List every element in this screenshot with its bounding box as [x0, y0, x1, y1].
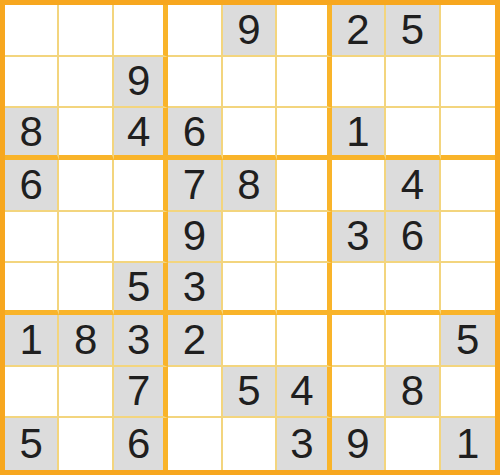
cell-r9c9: 1	[441, 418, 495, 470]
cell-r8c4[interactable]	[168, 367, 222, 419]
cell-r9c7: 9	[332, 418, 386, 470]
cell-r1c1[interactable]	[5, 5, 59, 57]
cell-r5c3[interactable]	[114, 212, 168, 264]
cell-r8c6: 4	[277, 367, 331, 419]
cell-r4c2[interactable]	[59, 160, 113, 212]
cell-r5c4: 9	[168, 212, 222, 264]
cell-r7c2: 8	[59, 315, 113, 367]
cell-r1c3[interactable]	[114, 5, 168, 57]
cell-r3c4: 6	[168, 108, 222, 160]
cell-r7c4: 2	[168, 315, 222, 367]
cell-r5c6[interactable]	[277, 212, 331, 264]
cell-r8c9[interactable]	[441, 367, 495, 419]
cell-r7c7[interactable]	[332, 315, 386, 367]
cell-r1c4[interactable]	[168, 5, 222, 57]
cell-r7c1: 1	[5, 315, 59, 367]
cell-r3c8[interactable]	[386, 108, 440, 160]
cell-r7c3: 3	[114, 315, 168, 367]
cell-r5c1[interactable]	[5, 212, 59, 264]
cell-r6c4: 3	[168, 263, 222, 315]
cell-r8c2[interactable]	[59, 367, 113, 419]
cell-r1c8: 5	[386, 5, 440, 57]
cell-r9c1: 5	[5, 418, 59, 470]
cell-r2c4[interactable]	[168, 57, 222, 109]
cell-r2c5[interactable]	[223, 57, 277, 109]
cell-r7c5[interactable]	[223, 315, 277, 367]
cell-r8c8: 8	[386, 367, 440, 419]
sudoku-board: 9259846167849365318325754856391	[0, 0, 500, 475]
cell-r9c4[interactable]	[168, 418, 222, 470]
cell-r2c1[interactable]	[5, 57, 59, 109]
cell-r5c5[interactable]	[223, 212, 277, 264]
cell-r1c9[interactable]	[441, 5, 495, 57]
cell-r6c6[interactable]	[277, 263, 331, 315]
cell-r5c9[interactable]	[441, 212, 495, 264]
cell-r1c7: 2	[332, 5, 386, 57]
cell-r6c2[interactable]	[59, 263, 113, 315]
cell-r2c3: 9	[114, 57, 168, 109]
cell-r1c2[interactable]	[59, 5, 113, 57]
cell-r2c2[interactable]	[59, 57, 113, 109]
cell-r7c9: 5	[441, 315, 495, 367]
cell-r3c5[interactable]	[223, 108, 277, 160]
cell-r3c2[interactable]	[59, 108, 113, 160]
cell-r6c1[interactable]	[5, 263, 59, 315]
cell-r6c8[interactable]	[386, 263, 440, 315]
cell-r4c6[interactable]	[277, 160, 331, 212]
cell-r8c5: 5	[223, 367, 277, 419]
cell-r4c3[interactable]	[114, 160, 168, 212]
cell-r4c7[interactable]	[332, 160, 386, 212]
cell-r4c8: 4	[386, 160, 440, 212]
cell-r5c7: 3	[332, 212, 386, 264]
cell-r9c3: 6	[114, 418, 168, 470]
cell-r4c4: 7	[168, 160, 222, 212]
cell-r6c5[interactable]	[223, 263, 277, 315]
cell-r7c6[interactable]	[277, 315, 331, 367]
cell-r9c5[interactable]	[223, 418, 277, 470]
cell-r5c8: 6	[386, 212, 440, 264]
cell-r6c7[interactable]	[332, 263, 386, 315]
cell-r6c9[interactable]	[441, 263, 495, 315]
cell-r3c9[interactable]	[441, 108, 495, 160]
cell-r7c8[interactable]	[386, 315, 440, 367]
cell-r2c7[interactable]	[332, 57, 386, 109]
cell-r1c6[interactable]	[277, 5, 331, 57]
cell-r8c1[interactable]	[5, 367, 59, 419]
cell-r8c3: 7	[114, 367, 168, 419]
cell-r6c3: 5	[114, 263, 168, 315]
cell-r4c5: 8	[223, 160, 277, 212]
cell-r9c6: 3	[277, 418, 331, 470]
cell-r1c5: 9	[223, 5, 277, 57]
cell-r2c9[interactable]	[441, 57, 495, 109]
cell-r3c1: 8	[5, 108, 59, 160]
cell-r3c7: 1	[332, 108, 386, 160]
cell-r4c1: 6	[5, 160, 59, 212]
cell-r4c9[interactable]	[441, 160, 495, 212]
cell-r5c2[interactable]	[59, 212, 113, 264]
cell-r3c6[interactable]	[277, 108, 331, 160]
cell-r3c3: 4	[114, 108, 168, 160]
cell-r9c2[interactable]	[59, 418, 113, 470]
cell-r8c7[interactable]	[332, 367, 386, 419]
cell-r2c6[interactable]	[277, 57, 331, 109]
cell-r2c8[interactable]	[386, 57, 440, 109]
cell-r9c8[interactable]	[386, 418, 440, 470]
